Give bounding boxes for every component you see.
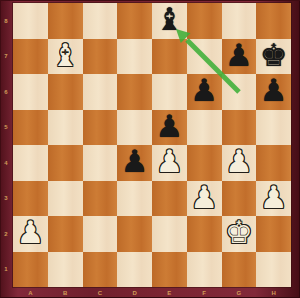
square-d2[interactable] — [117, 216, 152, 252]
piece-black-pawn[interactable]: ♟ — [155, 111, 183, 142]
square-e1[interactable] — [152, 252, 187, 288]
piece-white-bishop[interactable]: ♝ — [51, 40, 79, 71]
square-a6[interactable] — [13, 74, 48, 110]
rank-label-2: 2 — [1, 216, 11, 252]
square-g2[interactable]: ♚ — [222, 216, 257, 252]
square-c4[interactable] — [83, 145, 118, 181]
square-f8[interactable] — [187, 3, 222, 39]
piece-white-pawn[interactable]: ♟ — [155, 146, 183, 177]
square-g4[interactable]: ♟ — [222, 145, 257, 181]
square-a2[interactable]: ♟ — [13, 216, 48, 252]
square-d7[interactable] — [117, 39, 152, 75]
square-d3[interactable] — [117, 181, 152, 217]
square-f1[interactable] — [187, 252, 222, 288]
square-g1[interactable] — [222, 252, 257, 288]
square-g8[interactable] — [222, 3, 257, 39]
square-g6[interactable] — [222, 74, 257, 110]
square-a8[interactable] — [13, 3, 48, 39]
piece-black-king[interactable]: ♚ — [260, 40, 288, 71]
square-a1[interactable] — [13, 252, 48, 288]
square-e8[interactable]: ♝ — [152, 3, 187, 39]
square-c5[interactable] — [83, 110, 118, 146]
square-e2[interactable] — [152, 216, 187, 252]
square-a3[interactable] — [13, 181, 48, 217]
square-c1[interactable] — [83, 252, 118, 288]
square-c2[interactable] — [83, 216, 118, 252]
square-f5[interactable] — [187, 110, 222, 146]
square-d6[interactable] — [117, 74, 152, 110]
square-d8[interactable] — [117, 3, 152, 39]
square-b3[interactable] — [48, 181, 83, 217]
square-a4[interactable] — [13, 145, 48, 181]
square-b7[interactable]: ♝ — [48, 39, 83, 75]
square-e7[interactable] — [152, 39, 187, 75]
rank-label-5: 5 — [1, 110, 11, 146]
piece-black-pawn[interactable]: ♟ — [190, 75, 218, 106]
square-c3[interactable] — [83, 181, 118, 217]
file-label-a: A — [13, 287, 48, 298]
file-label-b: B — [48, 287, 83, 298]
square-f6[interactable]: ♟ — [187, 74, 222, 110]
rank-label-1: 1 — [1, 252, 11, 288]
piece-white-king[interactable]: ♚ — [225, 217, 253, 248]
rank-label-3: 3 — [1, 181, 11, 217]
square-g7[interactable]: ♟ — [222, 39, 257, 75]
square-f7[interactable] — [187, 39, 222, 75]
square-h8[interactable] — [256, 3, 291, 39]
square-c8[interactable] — [83, 3, 118, 39]
square-d1[interactable] — [117, 252, 152, 288]
file-label-f: F — [187, 287, 222, 298]
square-h4[interactable] — [256, 145, 291, 181]
square-h7[interactable]: ♚ — [256, 39, 291, 75]
square-e4[interactable]: ♟ — [152, 145, 187, 181]
piece-white-pawn[interactable]: ♟ — [225, 146, 253, 177]
file-label-e: E — [152, 287, 187, 298]
square-f2[interactable] — [187, 216, 222, 252]
square-g3[interactable] — [222, 181, 257, 217]
square-b4[interactable] — [48, 145, 83, 181]
square-a5[interactable] — [13, 110, 48, 146]
file-label-h: H — [256, 287, 291, 298]
square-e6[interactable] — [152, 74, 187, 110]
rank-label-7: 7 — [1, 39, 11, 75]
square-h2[interactable] — [256, 216, 291, 252]
square-h1[interactable] — [256, 252, 291, 288]
file-label-d: D — [117, 287, 152, 298]
square-d5[interactable] — [117, 110, 152, 146]
file-label-g: G — [222, 287, 257, 298]
square-b1[interactable] — [48, 252, 83, 288]
rank-label-8: 8 — [1, 3, 11, 39]
rank-label-4: 4 — [1, 145, 11, 181]
square-g5[interactable] — [222, 110, 257, 146]
piece-black-pawn[interactable]: ♟ — [121, 146, 149, 177]
piece-white-pawn[interactable]: ♟ — [260, 182, 288, 213]
square-h6[interactable]: ♟ — [256, 74, 291, 110]
square-e3[interactable] — [152, 181, 187, 217]
file-label-c: C — [83, 287, 118, 298]
square-h3[interactable]: ♟ — [256, 181, 291, 217]
square-b6[interactable] — [48, 74, 83, 110]
square-b2[interactable] — [48, 216, 83, 252]
chess-board: ♝♝♟♚♟♟♟♟♟♟♟♟♟♚ — [13, 3, 291, 287]
piece-black-pawn[interactable]: ♟ — [260, 75, 288, 106]
square-h5[interactable] — [256, 110, 291, 146]
square-c6[interactable] — [83, 74, 118, 110]
piece-black-pawn[interactable]: ♟ — [225, 40, 253, 71]
piece-white-pawn[interactable]: ♟ — [16, 217, 44, 248]
square-a7[interactable] — [13, 39, 48, 75]
square-b8[interactable] — [48, 3, 83, 39]
square-f4[interactable] — [187, 145, 222, 181]
rank-label-6: 6 — [1, 74, 11, 110]
square-e5[interactable]: ♟ — [152, 110, 187, 146]
square-f3[interactable]: ♟ — [187, 181, 222, 217]
piece-white-pawn[interactable]: ♟ — [190, 182, 218, 213]
chessboard-frame: ♝♝♟♚♟♟♟♟♟♟♟♟♟♚ 87654321ABCDEFGH — [0, 0, 300, 298]
piece-black-bishop[interactable]: ♝ — [155, 4, 183, 35]
square-b5[interactable] — [48, 110, 83, 146]
square-d4[interactable]: ♟ — [117, 145, 152, 181]
square-c7[interactable] — [83, 39, 118, 75]
